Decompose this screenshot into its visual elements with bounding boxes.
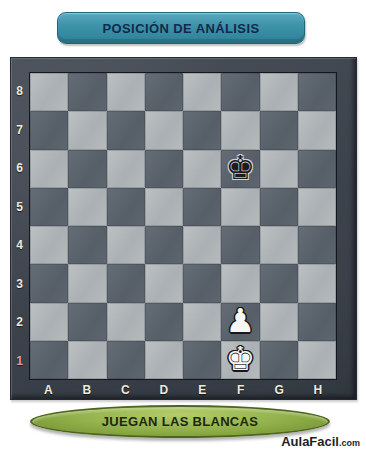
- square-f1[interactable]: ♚: [221, 341, 259, 379]
- square-h3[interactable]: [298, 264, 336, 302]
- square-g7[interactable]: [260, 111, 298, 149]
- file-label-a: A: [29, 380, 68, 399]
- square-d1[interactable]: [145, 341, 183, 379]
- square-d2[interactable]: [145, 303, 183, 341]
- square-c4[interactable]: [107, 226, 145, 264]
- square-a6[interactable]: [30, 150, 68, 188]
- square-a7[interactable]: [30, 111, 68, 149]
- rank-label-5: 5: [10, 188, 29, 227]
- file-label-f: F: [222, 380, 261, 399]
- rank-label-7: 7: [10, 111, 29, 150]
- square-f3[interactable]: [221, 264, 259, 302]
- square-b3[interactable]: [68, 264, 106, 302]
- square-h2[interactable]: [298, 303, 336, 341]
- chess-board[interactable]: ♚♟♚: [29, 72, 337, 380]
- square-h6[interactable]: [298, 150, 336, 188]
- square-h5[interactable]: [298, 188, 336, 226]
- rank-label-1: 1: [10, 342, 29, 381]
- square-b7[interactable]: [68, 111, 106, 149]
- square-e4[interactable]: [183, 226, 221, 264]
- brand-tld: .com: [339, 438, 360, 448]
- square-e8[interactable]: [183, 73, 221, 111]
- file-label-h: H: [299, 380, 338, 399]
- square-b4[interactable]: [68, 226, 106, 264]
- square-c5[interactable]: [107, 188, 145, 226]
- square-a4[interactable]: [30, 226, 68, 264]
- square-b5[interactable]: [68, 188, 106, 226]
- file-labels: ABCDEFGH: [29, 380, 337, 399]
- square-e1[interactable]: [183, 341, 221, 379]
- brand-name: AulaFacil: [281, 434, 339, 449]
- square-a2[interactable]: [30, 303, 68, 341]
- square-f8[interactable]: [221, 73, 259, 111]
- square-g4[interactable]: [260, 226, 298, 264]
- square-b6[interactable]: [68, 150, 106, 188]
- square-h8[interactable]: [298, 73, 336, 111]
- square-b8[interactable]: [68, 73, 106, 111]
- piece-white-pawn: ♟: [226, 304, 256, 337]
- square-h4[interactable]: [298, 226, 336, 264]
- file-label-g: G: [260, 380, 299, 399]
- rank-label-4: 4: [10, 226, 29, 265]
- file-label-c: C: [106, 380, 145, 399]
- square-b2[interactable]: [68, 303, 106, 341]
- file-label-e: E: [183, 380, 222, 399]
- square-c6[interactable]: [107, 150, 145, 188]
- square-f6[interactable]: ♚: [221, 150, 259, 188]
- square-a1[interactable]: [30, 341, 68, 379]
- square-c1[interactable]: [107, 341, 145, 379]
- square-c3[interactable]: [107, 264, 145, 302]
- file-label-b: B: [68, 380, 107, 399]
- square-a8[interactable]: [30, 73, 68, 111]
- rank-label-6: 6: [10, 149, 29, 188]
- square-f7[interactable]: [221, 111, 259, 149]
- square-g2[interactable]: [260, 303, 298, 341]
- square-g3[interactable]: [260, 264, 298, 302]
- square-c2[interactable]: [107, 303, 145, 341]
- square-c7[interactable]: [107, 111, 145, 149]
- square-e7[interactable]: [183, 111, 221, 149]
- square-a5[interactable]: [30, 188, 68, 226]
- square-f4[interactable]: [221, 226, 259, 264]
- square-g1[interactable]: [260, 341, 298, 379]
- square-g8[interactable]: [260, 73, 298, 111]
- header-banner: POSICIÓN DE ANÁLISIS: [57, 12, 305, 44]
- rank-label-8: 8: [10, 72, 29, 111]
- square-d3[interactable]: [145, 264, 183, 302]
- square-d8[interactable]: [145, 73, 183, 111]
- rank-label-3: 3: [10, 265, 29, 304]
- page: POSICIÓN DE ANÁLISIS 87654321 ♚♟♚ ABCDEF…: [0, 0, 366, 449]
- square-f2[interactable]: ♟: [221, 303, 259, 341]
- square-a3[interactable]: [30, 264, 68, 302]
- square-h1[interactable]: [298, 341, 336, 379]
- square-e6[interactable]: [183, 150, 221, 188]
- square-e3[interactable]: [183, 264, 221, 302]
- brand-logo: AulaFacil.com: [281, 432, 360, 449]
- square-b1[interactable]: [68, 341, 106, 379]
- header-label: POSICIÓN DE ANÁLISIS: [102, 21, 259, 36]
- footer-label: JUEGAN LAS BLANCAS: [102, 414, 258, 429]
- rank-labels: 87654321: [10, 72, 29, 380]
- square-d5[interactable]: [145, 188, 183, 226]
- square-f5[interactable]: [221, 188, 259, 226]
- square-d6[interactable]: [145, 150, 183, 188]
- piece-white-king: ♚: [226, 342, 256, 375]
- file-label-d: D: [145, 380, 184, 399]
- square-g6[interactable]: [260, 150, 298, 188]
- square-e2[interactable]: [183, 303, 221, 341]
- piece-black-king: ♚: [226, 151, 256, 184]
- rank-label-2: 2: [10, 303, 29, 342]
- square-d7[interactable]: [145, 111, 183, 149]
- square-c8[interactable]: [107, 73, 145, 111]
- square-g5[interactable]: [260, 188, 298, 226]
- square-h7[interactable]: [298, 111, 336, 149]
- square-d4[interactable]: [145, 226, 183, 264]
- square-e5[interactable]: [183, 188, 221, 226]
